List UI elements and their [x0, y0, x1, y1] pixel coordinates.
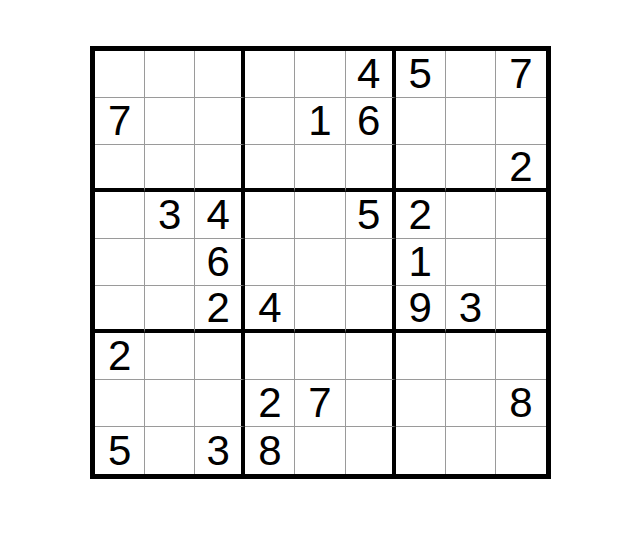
cell-r2c7[interactable]: [396, 98, 446, 145]
cell-r7c2[interactable]: [145, 333, 195, 380]
cell-r4c4[interactable]: [245, 192, 295, 239]
cell-r1c5[interactable]: [295, 51, 345, 98]
cell-r5c9[interactable]: [496, 239, 546, 286]
cell-r8c6[interactable]: [346, 380, 396, 427]
cell-r7c5[interactable]: [295, 333, 345, 380]
cell-r1c1[interactable]: [95, 51, 145, 98]
cell-r4c1[interactable]: [95, 192, 145, 239]
cell-r8c5[interactable]: 7: [295, 380, 345, 427]
cell-r2c9[interactable]: [496, 98, 546, 145]
cell-r3c5[interactable]: [295, 145, 345, 192]
cell-r4c3[interactable]: 4: [195, 192, 245, 239]
cell-r6c6[interactable]: [346, 286, 396, 333]
sudoku-board: 457716234526124932278538: [90, 46, 551, 479]
cell-r7c9[interactable]: [496, 333, 546, 380]
cell-r8c8[interactable]: [446, 380, 496, 427]
cell-r2c4[interactable]: [245, 98, 295, 145]
cell-r7c1[interactable]: 2: [95, 333, 145, 380]
cell-r7c4[interactable]: [245, 333, 295, 380]
cell-r6c7[interactable]: 9: [396, 286, 446, 333]
cell-r5c1[interactable]: [95, 239, 145, 286]
cell-r5c7[interactable]: 1: [396, 239, 446, 286]
cell-r1c9[interactable]: 7: [496, 51, 546, 98]
cell-r8c2[interactable]: [145, 380, 195, 427]
cell-r1c4[interactable]: [245, 51, 295, 98]
cell-r5c5[interactable]: [295, 239, 345, 286]
cell-r8c4[interactable]: 2: [245, 380, 295, 427]
cell-r1c6[interactable]: 4: [346, 51, 396, 98]
cell-r2c5[interactable]: 1: [295, 98, 345, 145]
cell-r4c2[interactable]: 3: [145, 192, 195, 239]
cell-r8c1[interactable]: [95, 380, 145, 427]
cell-r7c6[interactable]: [346, 333, 396, 380]
cell-r9c6[interactable]: [346, 427, 396, 474]
cell-r4c9[interactable]: [496, 192, 546, 239]
cell-r9c2[interactable]: [145, 427, 195, 474]
cell-r8c9[interactable]: 8: [496, 380, 546, 427]
cell-r9c3[interactable]: 3: [195, 427, 245, 474]
cell-r8c7[interactable]: [396, 380, 446, 427]
cell-r2c8[interactable]: [446, 98, 496, 145]
cell-r3c1[interactable]: [95, 145, 145, 192]
cell-r2c6[interactable]: 6: [346, 98, 396, 145]
cell-r5c8[interactable]: [446, 239, 496, 286]
cell-r3c2[interactable]: [145, 145, 195, 192]
cell-r5c6[interactable]: [346, 239, 396, 286]
cell-r1c8[interactable]: [446, 51, 496, 98]
cell-r3c4[interactable]: [245, 145, 295, 192]
cell-r6c4[interactable]: 4: [245, 286, 295, 333]
cell-r3c8[interactable]: [446, 145, 496, 192]
cell-r9c5[interactable]: [295, 427, 345, 474]
cell-r2c2[interactable]: [145, 98, 195, 145]
cell-r7c3[interactable]: [195, 333, 245, 380]
cell-r9c7[interactable]: [396, 427, 446, 474]
cell-r9c1[interactable]: 5: [95, 427, 145, 474]
cell-r4c5[interactable]: [295, 192, 345, 239]
cell-r2c1[interactable]: 7: [95, 98, 145, 145]
cell-r9c9[interactable]: [496, 427, 546, 474]
cell-r7c8[interactable]: [446, 333, 496, 380]
cell-r3c3[interactable]: [195, 145, 245, 192]
cell-r2c3[interactable]: [195, 98, 245, 145]
cell-r5c3[interactable]: 6: [195, 239, 245, 286]
cell-r4c7[interactable]: 2: [396, 192, 446, 239]
cell-r9c8[interactable]: [446, 427, 496, 474]
cell-r1c7[interactable]: 5: [396, 51, 446, 98]
cell-r9c4[interactable]: 8: [245, 427, 295, 474]
cell-r1c2[interactable]: [145, 51, 195, 98]
cell-r4c6[interactable]: 5: [346, 192, 396, 239]
cell-r4c8[interactable]: [446, 192, 496, 239]
cell-r7c7[interactable]: [396, 333, 446, 380]
cell-r3c9[interactable]: 2: [496, 145, 546, 192]
cell-r6c5[interactable]: [295, 286, 345, 333]
cell-r6c2[interactable]: [145, 286, 195, 333]
cell-r3c6[interactable]: [346, 145, 396, 192]
cell-r3c7[interactable]: [396, 145, 446, 192]
cell-r5c4[interactable]: [245, 239, 295, 286]
cell-r5c2[interactable]: [145, 239, 195, 286]
cell-r6c9[interactable]: [496, 286, 546, 333]
page: 457716234526124932278538: [0, 0, 640, 540]
cell-r1c3[interactable]: [195, 51, 245, 98]
cell-r8c3[interactable]: [195, 380, 245, 427]
cell-r6c1[interactable]: [95, 286, 145, 333]
cell-r6c3[interactable]: 2: [195, 286, 245, 333]
cell-r6c8[interactable]: 3: [446, 286, 496, 333]
